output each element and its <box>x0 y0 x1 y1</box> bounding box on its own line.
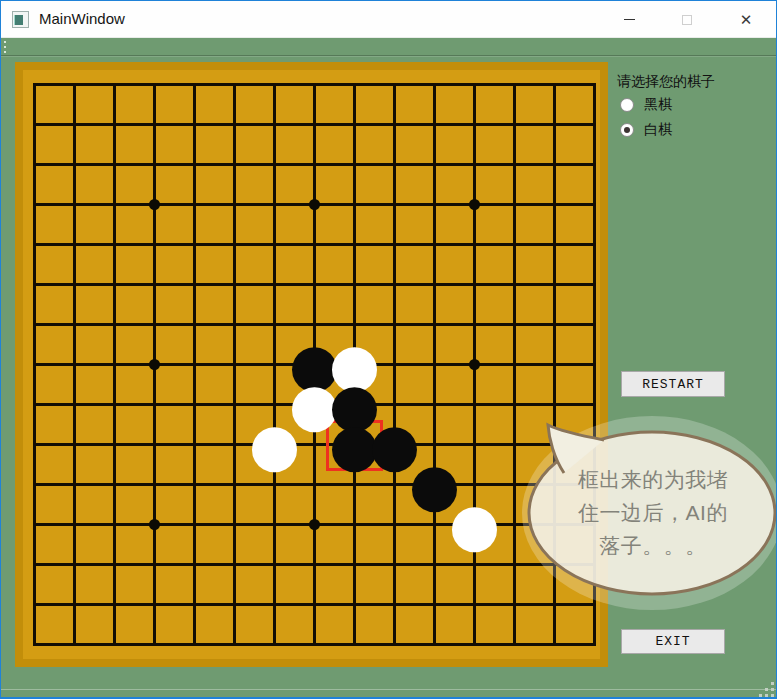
maximize-icon <box>682 15 692 25</box>
bubble-line-1: 框出来的为我堵 <box>552 463 754 496</box>
star-point <box>149 519 160 530</box>
radio-white-piece[interactable]: 白棋 <box>620 122 672 138</box>
app-window-icon <box>12 11 29 28</box>
close-icon: ✕ <box>740 12 753 27</box>
radio-label-black[interactable]: 黑棋 <box>644 96 672 114</box>
statusbar-separator <box>1 689 776 690</box>
exit-button[interactable]: EXIT <box>621 629 725 654</box>
window-title: MainWindow <box>39 10 125 27</box>
minimize-button[interactable] <box>606 1 652 38</box>
star-point <box>309 519 320 530</box>
restart-button[interactable]: RESTART <box>621 371 725 397</box>
title-bar: MainWindow ✕ <box>1 1 776 38</box>
radio-label-white[interactable]: 白棋 <box>644 121 672 139</box>
radio-circle-black[interactable] <box>620 98 634 112</box>
radio-black-piece[interactable]: 黑棋 <box>620 97 672 113</box>
star-point <box>149 199 160 210</box>
bubble-line-3: 落子。。。 <box>552 529 754 562</box>
star-point <box>309 199 320 210</box>
choose-piece-prompt: 请选择您的棋子 <box>617 73 715 91</box>
bubble-text: 框出来的为我堵 住一边后，AI的 落子。。。 <box>552 463 754 562</box>
radio-circle-white[interactable] <box>620 123 634 137</box>
bubble-line-2: 住一边后，AI的 <box>552 496 754 529</box>
main-window: MainWindow ✕ ●●●●●●●●● 请选择您的棋子 黑棋 白棋 RES… <box>0 0 777 699</box>
star-point <box>149 359 160 370</box>
radio-dot <box>624 127 630 133</box>
star-point <box>469 359 480 370</box>
close-button[interactable]: ✕ <box>723 1 769 38</box>
maximize-button-disabled <box>664 1 710 38</box>
star-point <box>469 199 480 210</box>
minimize-icon <box>624 19 635 21</box>
white-stone: ● <box>254 424 295 465</box>
white-stone: ● <box>454 504 495 545</box>
